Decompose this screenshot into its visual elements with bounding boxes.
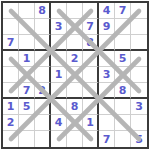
cell-r6c4[interactable] [51, 83, 67, 99]
given-digit: 1 [23, 53, 31, 64]
given-digit: 2 [71, 53, 79, 64]
cell-r8c7[interactable] [99, 115, 115, 131]
cell-r3c4[interactable] [51, 35, 67, 51]
cell-r3c9[interactable] [131, 35, 147, 51]
cell-r7c7[interactable] [99, 99, 115, 115]
cell-r1c3[interactable]: 8 [35, 3, 51, 19]
given-digit: 9 [103, 21, 111, 32]
cell-r5c4[interactable]: 1 [51, 67, 67, 83]
given-digit: 4 [103, 5, 111, 16]
given-digit: 7 [86, 21, 94, 32]
given-digit: 2 [38, 85, 46, 96]
cell-r9c3[interactable] [35, 131, 51, 147]
cell-r2c5[interactable] [67, 19, 83, 35]
cell-r7c5[interactable]: 8 [67, 99, 83, 115]
cell-r4c1[interactable] [3, 51, 19, 67]
cell-r5c1[interactable] [3, 67, 19, 83]
given-digit: 8 [119, 85, 127, 96]
cell-r9c9[interactable]: 5 [131, 131, 147, 147]
given-digit: 4 [55, 117, 63, 128]
cell-r2c4[interactable]: 3 [51, 19, 67, 35]
cell-r4c5[interactable]: 2 [67, 51, 83, 67]
cell-r2c9[interactable] [131, 19, 147, 35]
given-digit: 2 [7, 117, 15, 128]
given-digit: 5 [119, 53, 127, 64]
given-digit: 5 [23, 101, 31, 112]
cell-r8c2[interactable] [19, 115, 35, 131]
cell-r1c5[interactable] [67, 3, 83, 19]
cell-r3c8[interactable] [115, 35, 131, 51]
sudoku-grid: 8473797812513728158324175 [3, 3, 147, 147]
cell-r7c6[interactable] [83, 99, 99, 115]
cell-r8c5[interactable] [67, 115, 83, 131]
cell-r1c8[interactable]: 7 [115, 3, 131, 19]
given-digit: 3 [55, 21, 63, 32]
cell-r1c7[interactable]: 4 [99, 3, 115, 19]
given-digit: 7 [23, 85, 31, 96]
cell-r9c1[interactable] [3, 131, 19, 147]
given-digit: 1 [86, 117, 94, 128]
cell-r8c4[interactable]: 4 [51, 115, 67, 131]
cell-r6c3[interactable]: 2 [35, 83, 51, 99]
given-digit: 3 [103, 69, 111, 80]
cell-r8c6[interactable]: 1 [83, 115, 99, 131]
cell-r3c1[interactable]: 7 [3, 35, 19, 51]
cell-r9c7[interactable]: 7 [99, 131, 115, 147]
given-digit: 7 [103, 134, 111, 145]
cell-r2c1[interactable] [3, 19, 19, 35]
given-digit: 5 [135, 134, 143, 145]
cell-r7c9[interactable]: 3 [131, 99, 147, 115]
cell-r2c7[interactable]: 9 [99, 19, 115, 35]
cell-r9c8[interactable] [115, 131, 131, 147]
cell-r7c4[interactable] [51, 99, 67, 115]
cell-r1c9[interactable] [131, 3, 147, 19]
given-digit: 7 [119, 5, 127, 16]
sudoku-app-canvas: 8473797812513728158324175 [0, 0, 150, 150]
cell-r1c4[interactable] [51, 3, 67, 19]
cell-r4c2[interactable]: 1 [19, 51, 35, 67]
given-digit: 8 [38, 5, 46, 16]
cell-r2c8[interactable] [115, 19, 131, 35]
cell-r6c9[interactable] [131, 83, 147, 99]
cell-r5c3[interactable] [35, 67, 51, 83]
cell-r4c3[interactable] [35, 51, 51, 67]
given-digit: 7 [7, 37, 15, 48]
cell-r5c5[interactable] [67, 67, 83, 83]
cell-r1c1[interactable] [3, 3, 19, 19]
cell-r6c5[interactable] [67, 83, 83, 99]
cell-r3c5[interactable] [67, 35, 83, 51]
cell-r5c2[interactable] [19, 67, 35, 83]
cell-r2c3[interactable] [35, 19, 51, 35]
cell-r6c6[interactable] [83, 83, 99, 99]
cell-r7c3[interactable] [35, 99, 51, 115]
cell-r3c3[interactable] [35, 35, 51, 51]
cell-r9c6[interactable] [83, 131, 99, 147]
cell-r4c6[interactable] [83, 51, 99, 67]
cell-r8c8[interactable] [115, 115, 131, 131]
cell-r6c2[interactable]: 7 [19, 83, 35, 99]
sudoku-board: 8473797812513728158324175 [1, 1, 149, 149]
cell-r6c7[interactable] [99, 83, 115, 99]
cell-r6c1[interactable] [3, 83, 19, 99]
cell-r5c7[interactable]: 3 [99, 67, 115, 83]
cell-r9c5[interactable] [67, 131, 83, 147]
cell-r4c7[interactable] [99, 51, 115, 67]
cell-r3c6[interactable]: 8 [83, 35, 99, 51]
cell-r9c2[interactable] [19, 131, 35, 147]
cell-r7c1[interactable]: 1 [3, 99, 19, 115]
cell-r5c6[interactable] [83, 67, 99, 83]
cell-r1c2[interactable] [19, 3, 35, 19]
cell-r4c8[interactable]: 5 [115, 51, 131, 67]
cell-r6c8[interactable]: 8 [115, 83, 131, 99]
cell-r3c7[interactable] [99, 35, 115, 51]
cell-r1c6[interactable] [83, 3, 99, 19]
cell-r5c9[interactable] [131, 67, 147, 83]
cell-r7c2[interactable]: 5 [19, 99, 35, 115]
cell-r9c4[interactable] [51, 131, 67, 147]
cell-r4c4[interactable] [51, 51, 67, 67]
cell-r5c8[interactable] [115, 67, 131, 83]
given-digit: 1 [55, 69, 63, 80]
cell-r8c1[interactable]: 2 [3, 115, 19, 131]
cell-r8c9[interactable] [131, 115, 147, 131]
given-digit: 8 [86, 37, 94, 48]
given-digit: 3 [135, 101, 143, 112]
given-digit: 8 [71, 101, 79, 112]
cell-r2c6[interactable]: 7 [83, 19, 99, 35]
cell-r7c8[interactable] [115, 99, 131, 115]
given-digit: 1 [7, 101, 15, 112]
cell-r3c2[interactable] [19, 35, 35, 51]
cell-r8c3[interactable] [35, 115, 51, 131]
cell-r2c2[interactable] [19, 19, 35, 35]
cell-r4c9[interactable] [131, 51, 147, 67]
